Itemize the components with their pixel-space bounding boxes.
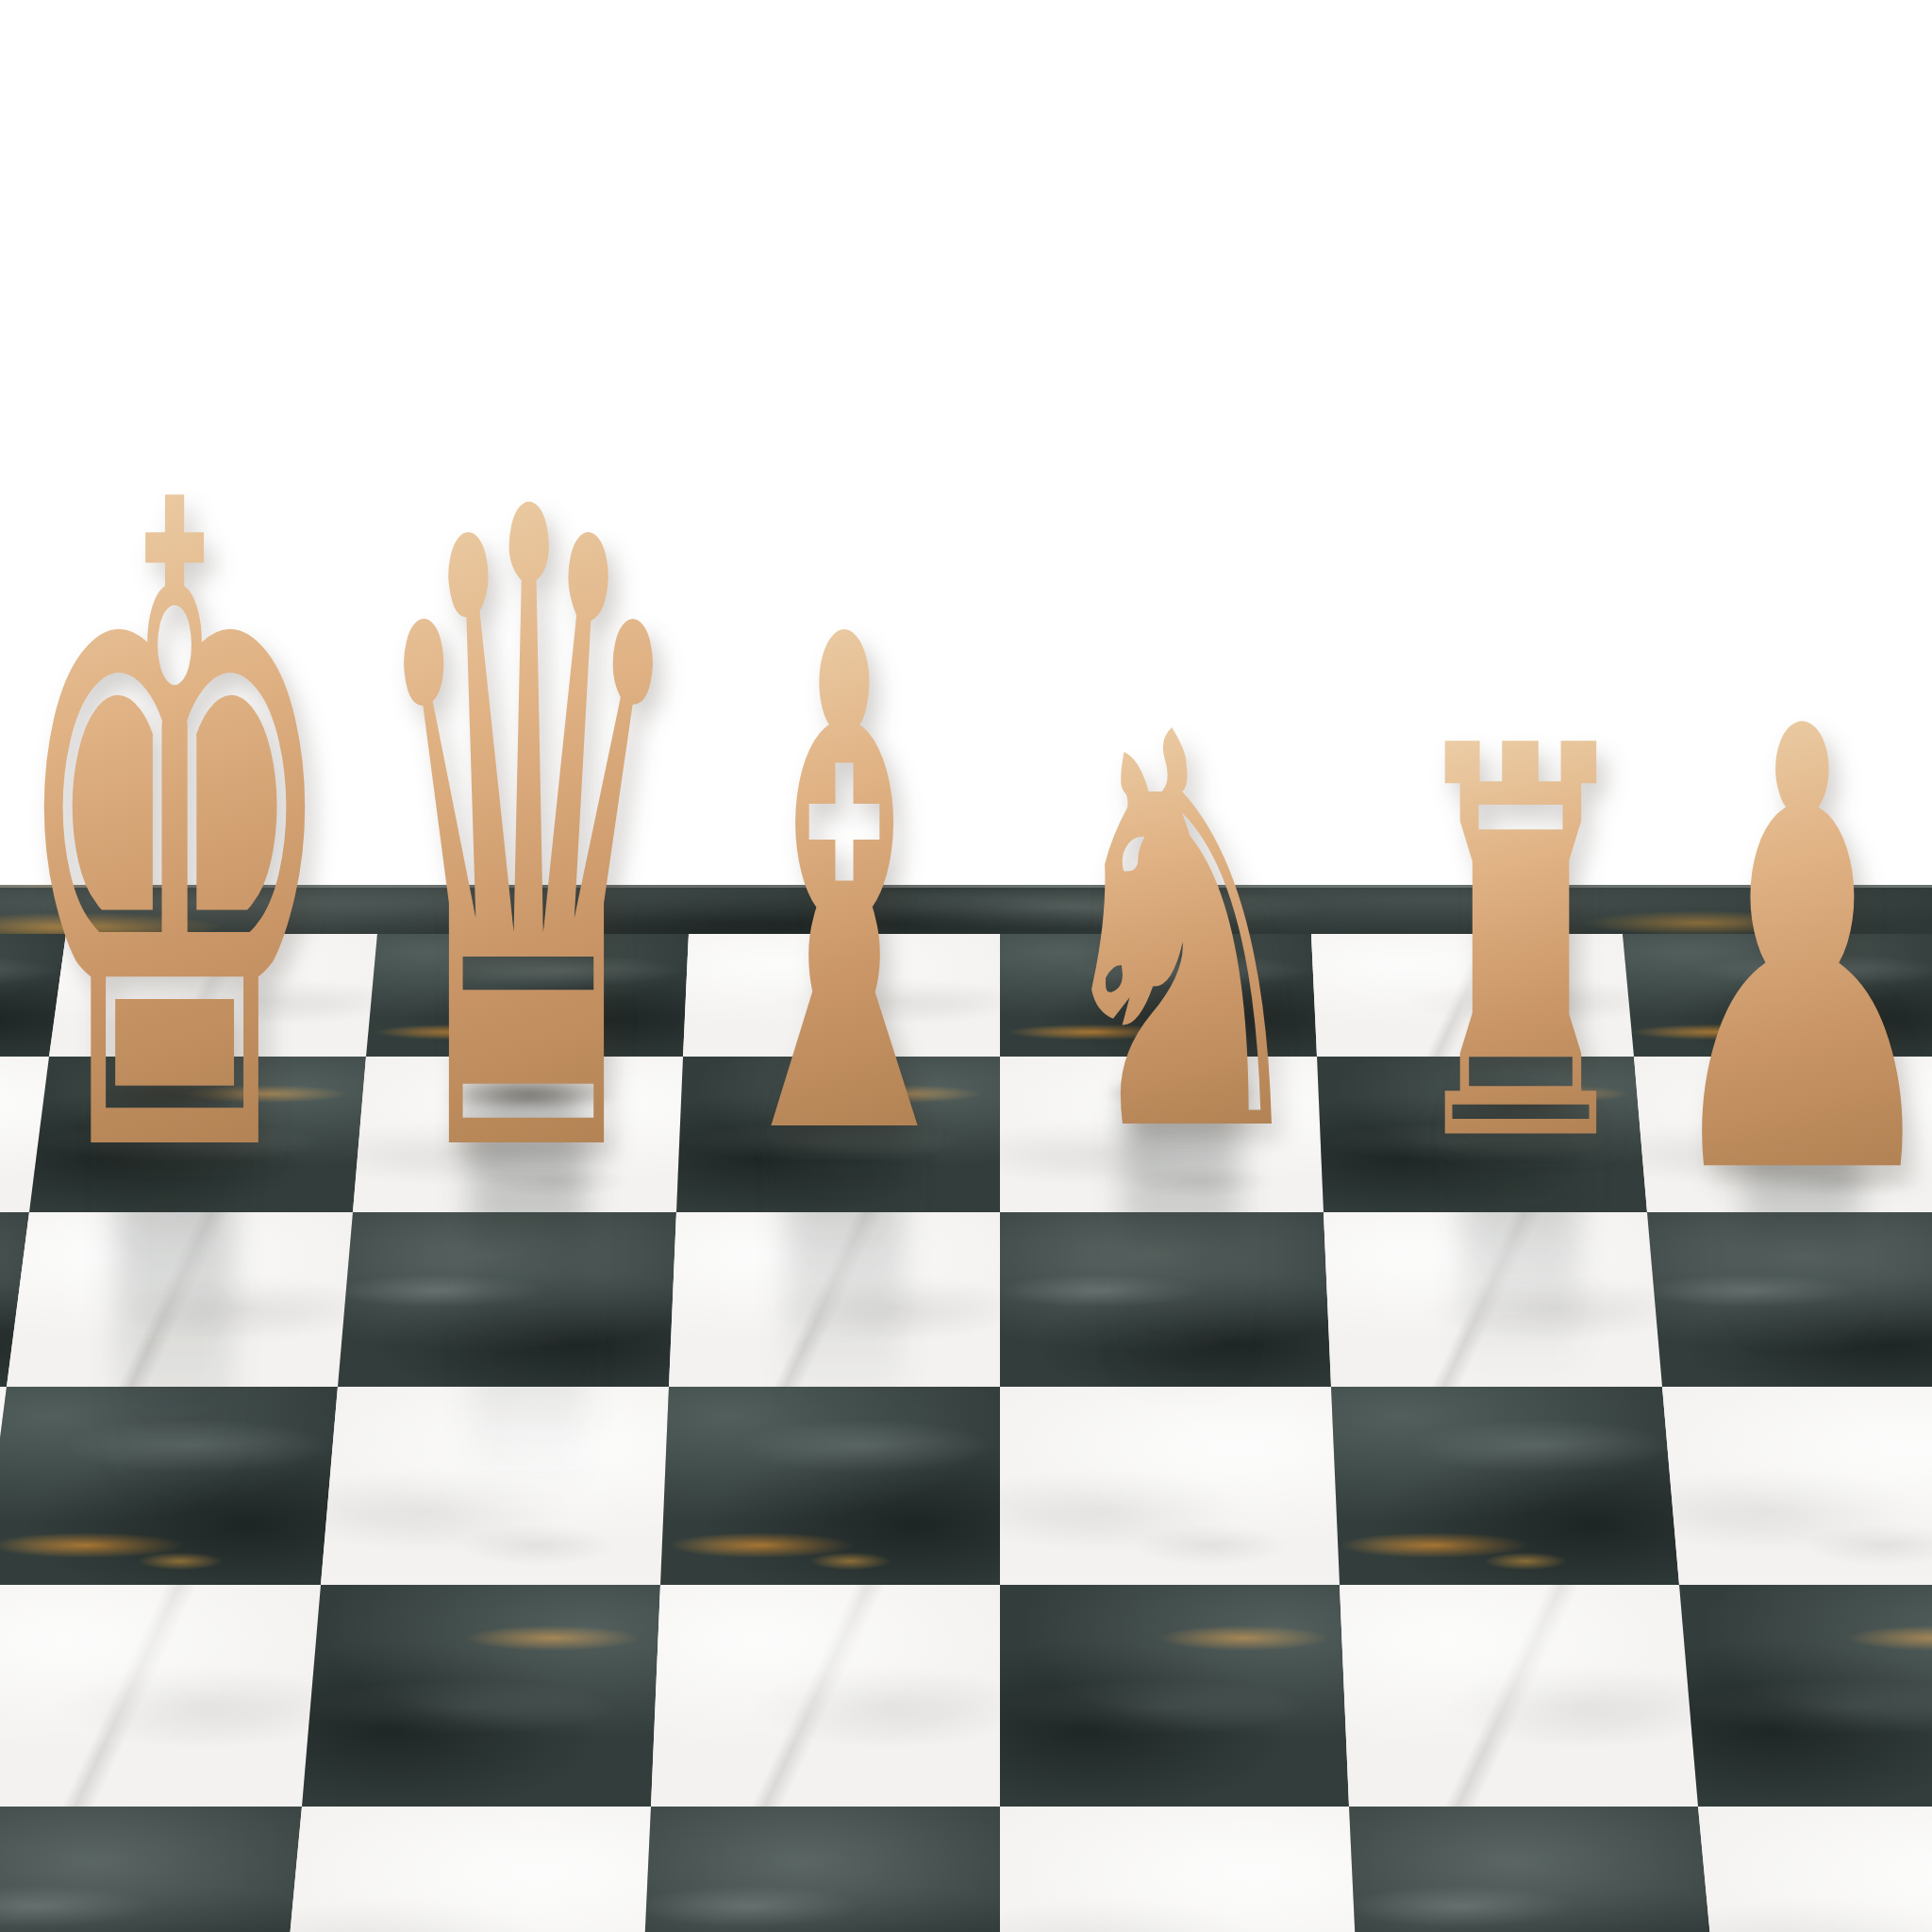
square-e4[interactable] [1000,1585,1349,1807]
square-f3[interactable] [1349,1807,1719,1932]
square-f5[interactable] [1331,1387,1679,1585]
square-c3[interactable] [281,1807,651,1932]
square-g5[interactable] [1662,1387,1932,1585]
square-d4[interactable] [651,1585,1000,1807]
square-e3[interactable] [1000,1807,1359,1932]
square-d3[interactable] [641,1807,1000,1932]
piece-white-pawn[interactable]: ♟ [1635,650,1932,1258]
square-b4[interactable] [0,1585,321,1807]
square-f4[interactable] [1340,1585,1698,1807]
chess-product-photo: Product photo: six light natural-wood St… [0,0,1932,1932]
square-c4[interactable] [302,1585,660,1807]
piece-wrap-pawn: ♟ [1498,650,1932,1258]
square-g3[interactable] [1698,1807,1932,1932]
square-g4[interactable] [1679,1585,1932,1807]
square-e5[interactable] [1000,1387,1340,1585]
square-b3[interactable] [0,1807,302,1932]
